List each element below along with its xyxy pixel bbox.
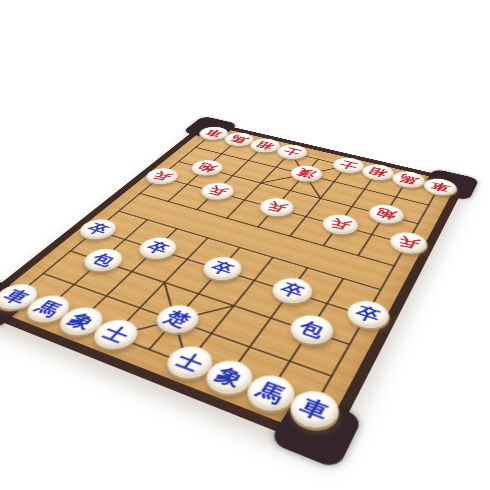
red-soldier-glyph: 兵 xyxy=(205,185,230,198)
red-advisor-glyph: 士 xyxy=(337,159,359,170)
red-chariot-glyph: 車 xyxy=(429,181,452,194)
piece-red-cannon[interactable]: 炮 xyxy=(186,157,228,178)
red-cannon-glyph: 炮 xyxy=(374,207,398,221)
pieces-layer: 車馬相士士相馬車漢炮炮兵兵兵兵兵卒卒卒卒卒包包楚車馬象士士象馬車 xyxy=(0,125,457,438)
xiangqi-board: 車馬相士士相馬車漢炮炮兵兵兵兵兵卒卒卒卒卒包包楚車馬象士士象馬車 xyxy=(0,121,467,452)
piece-red-cannon[interactable]: 炮 xyxy=(364,202,408,227)
blue-advisor-glyph: 士 xyxy=(99,323,133,345)
piece-red-soldier[interactable]: 兵 xyxy=(254,195,299,220)
photo-stage: 車馬相士士相馬車漢炮炮兵兵兵兵兵卒卒卒卒卒包包楚車馬象士士象馬車 xyxy=(0,0,490,490)
red-chariot-glyph: 車 xyxy=(203,128,225,138)
blue-cannon-glyph: 包 xyxy=(88,251,118,268)
blue-soldier-glyph: 卒 xyxy=(144,240,172,256)
red-soldier-glyph: 兵 xyxy=(150,170,174,182)
blue-elephant-glyph: 象 xyxy=(212,364,247,389)
blue-elephant-glyph: 象 xyxy=(65,311,98,332)
piece-red-general[interactable]: 漢 xyxy=(286,163,327,184)
blue-chariot-glyph: 車 xyxy=(0,287,33,306)
red-soldier-glyph: 兵 xyxy=(396,235,422,251)
red-elephant-glyph: 相 xyxy=(254,140,276,150)
red-horse-glyph: 馬 xyxy=(228,134,250,144)
piece-blue-cannon[interactable]: 包 xyxy=(76,245,129,275)
piece-red-soldier[interactable]: 兵 xyxy=(195,180,240,203)
piece-blue-soldier[interactable]: 卒 xyxy=(73,216,123,243)
blue-advisor-glyph: 士 xyxy=(173,350,207,374)
blue-soldier-glyph: 卒 xyxy=(208,260,237,277)
blue-soldier-glyph: 卒 xyxy=(353,304,383,325)
red-soldier-glyph: 兵 xyxy=(328,217,353,232)
blue-horse-glyph: 馬 xyxy=(253,380,288,406)
piece-blue-soldier[interactable]: 卒 xyxy=(132,234,183,263)
red-soldier-glyph: 兵 xyxy=(264,200,289,214)
red-advisor-glyph: 士 xyxy=(281,146,303,157)
piece-blue-soldier[interactable]: 卒 xyxy=(196,253,248,284)
blue-cannon-glyph: 包 xyxy=(296,319,327,341)
piece-blue-general[interactable]: 楚 xyxy=(149,300,207,338)
red-general-glyph: 漢 xyxy=(295,168,318,180)
piece-blue-soldier[interactable]: 卒 xyxy=(266,274,319,308)
piece-blue-cannon[interactable]: 包 xyxy=(284,310,340,349)
piece-red-soldier[interactable]: 兵 xyxy=(385,229,431,257)
piece-blue-soldier[interactable]: 卒 xyxy=(341,296,394,333)
blue-soldier-glyph: 卒 xyxy=(84,222,112,237)
piece-red-soldier[interactable]: 兵 xyxy=(317,211,363,237)
blue-soldier-glyph: 卒 xyxy=(278,281,307,300)
red-elephant-glyph: 相 xyxy=(367,166,389,178)
piece-red-soldier[interactable]: 兵 xyxy=(140,165,184,186)
blue-general-glyph: 楚 xyxy=(162,308,194,329)
blue-chariot-glyph: 車 xyxy=(297,395,332,423)
red-cannon-glyph: 炮 xyxy=(195,162,219,173)
blue-horse-glyph: 馬 xyxy=(32,299,65,319)
red-horse-glyph: 馬 xyxy=(397,173,419,185)
